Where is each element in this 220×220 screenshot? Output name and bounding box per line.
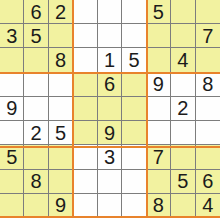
cell-r6c7[interactable]: [147, 121, 171, 145]
sudoku-board: 625357815469892259537856984: [0, 0, 220, 220]
cell-r9c1[interactable]: [0, 194, 24, 218]
cell-r6c9[interactable]: [196, 121, 220, 145]
sudoku-grid: 625357815469892259537856984: [0, 0, 220, 218]
cell-r7c3[interactable]: [49, 145, 73, 169]
cell-r4c8[interactable]: [171, 73, 195, 97]
cell-r8c2[interactable]: 8: [24, 170, 48, 194]
cell-r3c8[interactable]: 4: [171, 48, 195, 72]
cell-r4c5[interactable]: 6: [98, 73, 122, 97]
cell-r8c3[interactable]: [49, 170, 73, 194]
cell-r6c3[interactable]: 5: [49, 121, 73, 145]
cell-r1c2[interactable]: 6: [24, 0, 48, 24]
cell-r5c8[interactable]: 2: [171, 97, 195, 121]
cell-r4c3[interactable]: [49, 73, 73, 97]
cell-r3c3[interactable]: 8: [49, 48, 73, 72]
cell-r2c3[interactable]: [49, 24, 73, 48]
cell-r3c1[interactable]: [0, 48, 24, 72]
cell-r9c6[interactable]: [122, 194, 146, 218]
cell-r5c3[interactable]: [49, 97, 73, 121]
box-border-vertical-right: [146, 0, 148, 218]
cell-r3c6[interactable]: 5: [122, 48, 146, 72]
cell-r7c9[interactable]: [196, 145, 220, 169]
cell-r9c7[interactable]: 8: [147, 194, 171, 218]
cell-r2c7[interactable]: [147, 24, 171, 48]
cell-r2c6[interactable]: [122, 24, 146, 48]
cell-r8c4[interactable]: [73, 170, 97, 194]
cell-r3c2[interactable]: [24, 48, 48, 72]
cell-r7c5[interactable]: 3: [98, 145, 122, 169]
cell-r6c6[interactable]: [122, 121, 146, 145]
cell-r4c2[interactable]: [24, 73, 48, 97]
cell-r3c4[interactable]: [73, 48, 97, 72]
box-border-vertical-left: [72, 0, 74, 218]
cell-r1c8[interactable]: [171, 0, 195, 24]
cell-r3c9[interactable]: [196, 48, 220, 72]
cell-r2c9[interactable]: 7: [196, 24, 220, 48]
cell-r1c9[interactable]: [196, 0, 220, 24]
cell-r5c6[interactable]: [122, 97, 146, 121]
cell-r6c4[interactable]: [73, 121, 97, 145]
cell-r6c5[interactable]: 9: [98, 121, 122, 145]
cell-r8c6[interactable]: [122, 170, 146, 194]
cell-r2c1[interactable]: 3: [0, 24, 24, 48]
cell-r8c7[interactable]: [147, 170, 171, 194]
cell-r7c6[interactable]: [122, 145, 146, 169]
cell-r1c4[interactable]: [73, 0, 97, 24]
cell-r1c5[interactable]: [98, 0, 122, 24]
cell-r6c1[interactable]: [0, 121, 24, 145]
cell-r9c5[interactable]: [98, 194, 122, 218]
cell-r9c8[interactable]: [171, 194, 195, 218]
cell-r5c7[interactable]: [147, 97, 171, 121]
cell-r4c1[interactable]: [0, 73, 24, 97]
cell-r5c1[interactable]: 9: [0, 97, 24, 121]
cell-r7c4[interactable]: [73, 145, 97, 169]
cell-r3c5[interactable]: 1: [98, 48, 122, 72]
cell-r9c4[interactable]: [73, 194, 97, 218]
cell-r9c3[interactable]: 9: [49, 194, 73, 218]
box-border-horizontal-lower: [0, 146, 220, 148]
cell-r7c7[interactable]: 7: [147, 145, 171, 169]
cell-r2c8[interactable]: [171, 24, 195, 48]
cell-r8c8[interactable]: 5: [171, 170, 195, 194]
cell-r6c2[interactable]: 2: [24, 121, 48, 145]
cell-r5c5[interactable]: [98, 97, 122, 121]
cell-r4c7[interactable]: 9: [147, 73, 171, 97]
cell-r1c7[interactable]: 5: [147, 0, 171, 24]
cell-r1c6[interactable]: [122, 0, 146, 24]
cell-r5c9[interactable]: [196, 97, 220, 121]
cell-r7c2[interactable]: [24, 145, 48, 169]
box-border-horizontal-upper: [0, 72, 220, 74]
cell-r4c4[interactable]: [73, 73, 97, 97]
cell-r4c6[interactable]: [122, 73, 146, 97]
cell-r3c7[interactable]: [147, 48, 171, 72]
cell-r5c2[interactable]: [24, 97, 48, 121]
cell-r7c8[interactable]: [171, 145, 195, 169]
cell-r2c4[interactable]: [73, 24, 97, 48]
cell-r4c9[interactable]: 8: [196, 73, 220, 97]
cell-r2c5[interactable]: [98, 24, 122, 48]
cell-r1c3[interactable]: 2: [49, 0, 73, 24]
cell-r7c1[interactable]: 5: [0, 145, 24, 169]
cell-r8c5[interactable]: [98, 170, 122, 194]
cell-r6c8[interactable]: [171, 121, 195, 145]
box-border-bottom-edge: [0, 216, 220, 218]
cell-r9c9[interactable]: 4: [196, 194, 220, 218]
cell-r8c9[interactable]: 6: [196, 170, 220, 194]
cell-r1c1[interactable]: [0, 0, 24, 24]
cell-r8c1[interactable]: [0, 170, 24, 194]
cell-r9c2[interactable]: [24, 194, 48, 218]
cell-r5c4[interactable]: [73, 97, 97, 121]
cell-r2c2[interactable]: 5: [24, 24, 48, 48]
